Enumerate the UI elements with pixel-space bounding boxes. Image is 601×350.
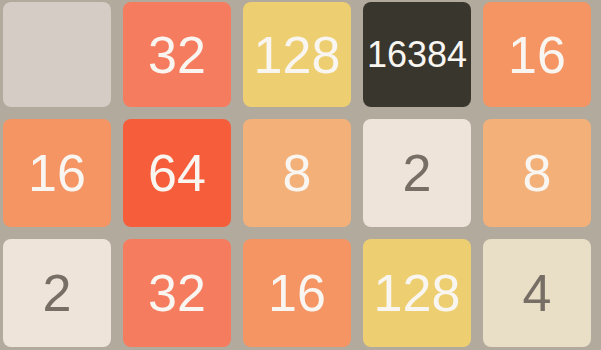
2048-board[interactable]: 3212816384161664828232161284	[0, 0, 601, 350]
tile-8: 8	[243, 119, 351, 227]
tile-2: 2	[363, 119, 471, 227]
tile-128: 128	[363, 239, 471, 347]
tile-grid: 3212816384161664828232161284	[0, 0, 601, 347]
tile-16: 16	[483, 2, 591, 107]
tile-16: 16	[3, 119, 111, 227]
tile-64: 64	[123, 119, 231, 227]
tile-2: 2	[3, 239, 111, 347]
tile-32: 32	[123, 239, 231, 347]
empty-cell	[3, 2, 111, 107]
tile-4: 4	[483, 239, 591, 347]
tile-16384: 16384	[363, 2, 471, 107]
tile-8: 8	[483, 119, 591, 227]
tile-128: 128	[243, 2, 351, 107]
tile-32: 32	[123, 2, 231, 107]
tile-16: 16	[243, 239, 351, 347]
